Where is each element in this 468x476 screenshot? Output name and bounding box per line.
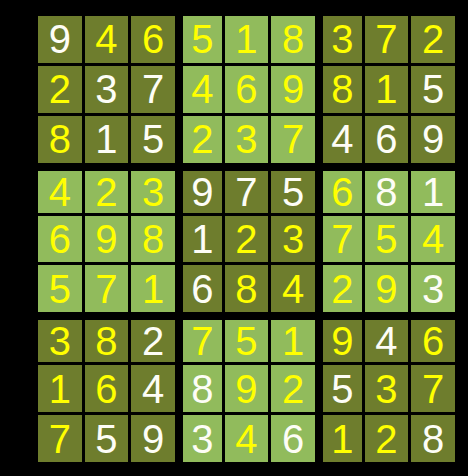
cell-r9c5[interactable]: 4 [225,415,269,462]
cell-r8c4[interactable]: 8 [178,365,222,412]
cell-r7c1[interactable]: 3 [38,315,82,362]
cell-r3c9[interactable]: 9 [411,116,455,163]
cell-r1c9[interactable]: 2 [411,16,455,63]
cell-r4c9[interactable]: 1 [411,166,455,213]
cell-r2c7[interactable]: 8 [318,66,362,113]
cell-r9c8[interactable]: 2 [365,415,409,462]
cell-r8c5[interactable]: 9 [225,365,269,412]
cell-r4c8[interactable]: 8 [365,166,409,213]
cell-r2c3[interactable]: 7 [131,66,175,113]
cell-r5c3[interactable]: 8 [131,216,175,263]
cell-r5c2[interactable]: 9 [85,216,129,263]
cell-r6c2[interactable]: 7 [85,265,129,312]
cell-r8c8[interactable]: 3 [365,365,409,412]
cell-r4c6[interactable]: 5 [271,166,315,213]
cell-r7c7[interactable]: 9 [318,315,362,362]
cell-r3c5[interactable]: 3 [225,116,269,163]
cell-r4c3[interactable]: 3 [131,166,175,213]
cell-r2c8[interactable]: 1 [365,66,409,113]
cell-r2c6[interactable]: 9 [271,66,315,113]
cell-r4c5[interactable]: 7 [225,166,269,213]
cell-r6c3[interactable]: 1 [131,265,175,312]
sudoku-app: 9465183722374698158152374694239756816981… [0,0,468,476]
cell-r3c2[interactable]: 1 [85,116,129,163]
cell-r7c5[interactable]: 5 [225,315,269,362]
cell-r4c1[interactable]: 4 [38,166,82,213]
cell-r3c8[interactable]: 6 [365,116,409,163]
cell-r8c3[interactable]: 4 [131,365,175,412]
cell-r6c5[interactable]: 8 [225,265,269,312]
cell-r7c4[interactable]: 7 [178,315,222,362]
cell-r8c6[interactable]: 2 [271,365,315,412]
cell-r5c9[interactable]: 4 [411,216,455,263]
cell-r3c3[interactable]: 5 [131,116,175,163]
cell-r3c4[interactable]: 2 [178,116,222,163]
cell-r1c6[interactable]: 8 [271,16,315,63]
cell-r2c5[interactable]: 6 [225,66,269,113]
cell-r9c6[interactable]: 6 [271,415,315,462]
cell-r4c2[interactable]: 2 [85,166,129,213]
cell-r2c9[interactable]: 5 [411,66,455,113]
cell-r5c7[interactable]: 7 [318,216,362,263]
cell-r9c4[interactable]: 3 [178,415,222,462]
cell-r9c7[interactable]: 1 [318,415,362,462]
cell-r7c2[interactable]: 8 [85,315,129,362]
cell-r6c7[interactable]: 2 [318,265,362,312]
cell-r8c2[interactable]: 6 [85,365,129,412]
cell-r1c3[interactable]: 6 [131,16,175,63]
cell-r6c1[interactable]: 5 [38,265,82,312]
cell-r1c2[interactable]: 4 [85,16,129,63]
cell-r8c9[interactable]: 7 [411,365,455,412]
cell-r3c6[interactable]: 7 [271,116,315,163]
cell-r7c6[interactable]: 1 [271,315,315,362]
cell-r6c9[interactable]: 3 [411,265,455,312]
cell-r5c1[interactable]: 6 [38,216,82,263]
cell-r8c7[interactable]: 5 [318,365,362,412]
cell-r9c9[interactable]: 8 [411,415,455,462]
cell-r5c4[interactable]: 1 [178,216,222,263]
cell-r7c8[interactable]: 4 [365,315,409,362]
cell-r1c7[interactable]: 3 [318,16,362,63]
cell-r3c7[interactable]: 4 [318,116,362,163]
cell-r5c6[interactable]: 3 [271,216,315,263]
sudoku-board: 9465183722374698158152374694239756816981… [38,16,455,462]
cell-r7c9[interactable]: 6 [411,315,455,362]
cell-r9c3[interactable]: 9 [131,415,175,462]
cell-r9c1[interactable]: 7 [38,415,82,462]
cell-r6c4[interactable]: 6 [178,265,222,312]
cell-r5c8[interactable]: 5 [365,216,409,263]
cell-r9c2[interactable]: 5 [85,415,129,462]
cell-r6c8[interactable]: 9 [365,265,409,312]
cell-r7c3[interactable]: 2 [131,315,175,362]
cell-r4c7[interactable]: 6 [318,166,362,213]
cell-r1c5[interactable]: 1 [225,16,269,63]
cell-r6c6[interactable]: 4 [271,265,315,312]
cell-r1c8[interactable]: 7 [365,16,409,63]
cell-r2c1[interactable]: 2 [38,66,82,113]
cell-r2c2[interactable]: 3 [85,66,129,113]
cell-r4c4[interactable]: 9 [178,166,222,213]
cell-r8c1[interactable]: 1 [38,365,82,412]
cell-r3c1[interactable]: 8 [38,116,82,163]
cell-r1c1[interactable]: 9 [38,16,82,63]
cell-r1c4[interactable]: 5 [178,16,222,63]
cell-r2c4[interactable]: 4 [178,66,222,113]
cell-r5c5[interactable]: 2 [225,216,269,263]
